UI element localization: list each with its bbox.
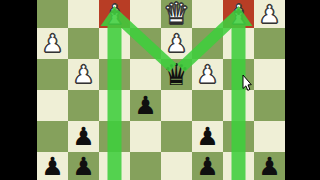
square-r1-c2[interactable] [99, 28, 130, 59]
square-r5-c2[interactable] [99, 152, 130, 180]
square-r3-c0[interactable] [37, 90, 68, 121]
square-r5-c6[interactable] [223, 152, 254, 180]
square-r2-c7[interactable] [254, 59, 285, 90]
square-r1-c4[interactable]: ♟ [161, 28, 192, 59]
square-r0-c7[interactable]: ♟ [254, 0, 285, 28]
square-r3-c5[interactable] [192, 90, 223, 121]
square-r1-c1[interactable] [68, 28, 99, 59]
piece-black-pawn[interactable]: ♟ [72, 154, 94, 179]
square-r3-c2[interactable] [99, 90, 130, 121]
piece-white-pawn[interactable]: ♟ [258, 2, 280, 27]
square-r2-c2[interactable] [99, 59, 130, 90]
square-r5-c0[interactable]: ♟ [37, 152, 68, 180]
square-r3-c7[interactable] [254, 90, 285, 121]
piece-black-pawn[interactable]: ♟ [134, 93, 156, 118]
piece-black-pawn[interactable]: ♟ [258, 154, 280, 179]
piece-white-pawn[interactable]: ♟ [41, 31, 63, 56]
piece-black-queen[interactable]: ♛ [163, 60, 190, 90]
square-r4-c3[interactable] [130, 121, 161, 152]
piece-black-pawn[interactable]: ♟ [196, 154, 218, 179]
square-r4-c1[interactable]: ♟ [68, 121, 99, 152]
square-r1-c0[interactable]: ♟ [37, 28, 68, 59]
square-r2-c4[interactable]: ♛ [161, 59, 192, 90]
square-r3-c1[interactable] [68, 90, 99, 121]
square-r5-c7[interactable]: ♟ [254, 152, 285, 180]
square-r3-c6[interactable] [223, 90, 254, 121]
square-r5-c3[interactable] [130, 152, 161, 180]
piece-white-pawn[interactable]: ♟ [165, 31, 187, 56]
piece-white-bishop[interactable]: ♝ [226, 1, 250, 28]
square-r0-c6[interactable]: ♝ [223, 0, 254, 28]
square-r1-c5[interactable] [192, 28, 223, 59]
square-r2-c3[interactable] [130, 59, 161, 90]
piece-black-pawn[interactable]: ♟ [196, 124, 218, 149]
square-r5-c4[interactable] [161, 152, 192, 180]
square-r2-c6[interactable] [223, 59, 254, 90]
square-r1-c6[interactable] [223, 28, 254, 59]
square-r0-c2[interactable]: ♝ [99, 0, 130, 28]
square-r4-c0[interactable] [37, 121, 68, 152]
square-r1-c7[interactable] [254, 28, 285, 59]
piece-white-bishop[interactable]: ♝ [102, 1, 126, 28]
square-r4-c4[interactable] [161, 121, 192, 152]
piece-white-queen[interactable]: ♛ [163, 0, 190, 29]
square-r5-c5[interactable]: ♟ [192, 152, 223, 180]
piece-white-pawn[interactable]: ♟ [196, 62, 218, 87]
square-r0-c4[interactable]: ♛ [161, 0, 192, 28]
square-r2-c1[interactable]: ♟ [68, 59, 99, 90]
square-r0-c1[interactable] [68, 0, 99, 28]
square-r0-c0[interactable] [37, 0, 68, 28]
square-r3-c4[interactable] [161, 90, 192, 121]
video-frame: ♝♛♝♟♟♟♟♛♟♟♟♟♟♟♟♟ [0, 0, 320, 180]
square-r4-c5[interactable]: ♟ [192, 121, 223, 152]
square-r2-c0[interactable] [37, 59, 68, 90]
square-r2-c5[interactable]: ♟ [192, 59, 223, 90]
square-r4-c2[interactable] [99, 121, 130, 152]
square-r4-c7[interactable] [254, 121, 285, 152]
square-r5-c1[interactable]: ♟ [68, 152, 99, 180]
board: ♝♛♝♟♟♟♟♛♟♟♟♟♟♟♟♟ [37, 0, 285, 180]
piece-black-pawn[interactable]: ♟ [41, 154, 63, 179]
square-r0-c5[interactable] [192, 0, 223, 28]
square-r4-c6[interactable] [223, 121, 254, 152]
square-r0-c3[interactable] [130, 0, 161, 28]
square-r1-c3[interactable] [130, 28, 161, 59]
square-r3-c3[interactable]: ♟ [130, 90, 161, 121]
piece-white-pawn[interactable]: ♟ [72, 62, 94, 87]
piece-black-pawn[interactable]: ♟ [72, 124, 94, 149]
